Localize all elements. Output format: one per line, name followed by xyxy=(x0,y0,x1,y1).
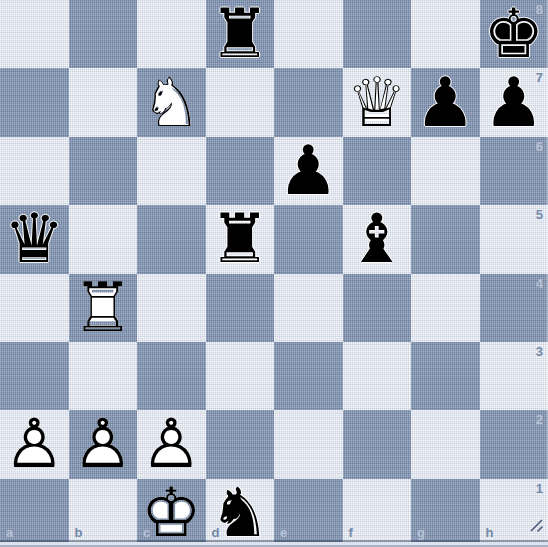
square-d5[interactable]: ♜ xyxy=(206,205,275,273)
rank-label-6: 6 xyxy=(536,139,543,154)
square-a4[interactable] xyxy=(0,274,69,342)
square-c4[interactable] xyxy=(137,274,206,342)
square-c1[interactable]: ♚♔c xyxy=(137,479,206,547)
white-rook-glyph: ♜ xyxy=(69,274,138,342)
file-label-b: b xyxy=(75,525,83,540)
square-f6[interactable] xyxy=(343,137,412,205)
white-pawn-glyph: ♟ xyxy=(69,410,138,478)
square-a3[interactable] xyxy=(0,342,69,410)
square-h4[interactable]: 4 xyxy=(480,274,548,342)
white-knight-outline-glyph: ♘ xyxy=(137,68,206,136)
square-c3[interactable] xyxy=(137,342,206,410)
square-d1[interactable]: ♞d xyxy=(206,479,275,547)
square-a7[interactable] xyxy=(0,68,69,136)
black-rook-d5[interactable]: ♜ xyxy=(206,205,275,273)
square-e3[interactable] xyxy=(274,342,343,410)
resize-grip-icon[interactable] xyxy=(528,517,544,533)
white-pawn-a2[interactable]: ♟♙ xyxy=(0,410,69,478)
square-a6[interactable] xyxy=(0,137,69,205)
square-d4[interactable] xyxy=(206,274,275,342)
square-c2[interactable]: ♟♙ xyxy=(137,410,206,478)
square-g3[interactable] xyxy=(411,342,480,410)
square-h2[interactable]: 2 xyxy=(480,410,548,478)
square-g2[interactable] xyxy=(411,410,480,478)
square-d8[interactable]: ♜ xyxy=(206,0,275,68)
square-g4[interactable] xyxy=(411,274,480,342)
rank-label-5: 5 xyxy=(536,207,543,222)
square-b4[interactable]: ♜♖ xyxy=(69,274,138,342)
square-a8[interactable] xyxy=(0,0,69,68)
square-f2[interactable] xyxy=(343,410,412,478)
white-pawn-outline-glyph: ♙ xyxy=(137,410,206,478)
square-a5[interactable]: ♛ xyxy=(0,205,69,273)
square-g7[interactable]: ♟ xyxy=(411,68,480,136)
white-pawn-outline-glyph: ♙ xyxy=(69,410,138,478)
chess-board-window: ♜♚8♞♘♛♕♟♟7♟6♛♜♝5♜♖43♟♙♟♙♟♙2ab♚♔c♞defg1h xyxy=(0,0,548,547)
black-bishop-glyph: ♝ xyxy=(343,205,412,273)
white-pawn-glyph: ♟ xyxy=(0,410,69,478)
black-pawn-glyph: ♟ xyxy=(411,68,480,136)
square-d3[interactable] xyxy=(206,342,275,410)
square-f4[interactable] xyxy=(343,274,412,342)
square-c8[interactable] xyxy=(137,0,206,68)
white-pawn-b2[interactable]: ♟♙ xyxy=(69,410,138,478)
square-g5[interactable] xyxy=(411,205,480,273)
black-king-h8[interactable]: ♚ xyxy=(480,0,548,68)
black-pawn-g7[interactable]: ♟ xyxy=(411,68,480,136)
chess-board: ♜♚8♞♘♛♕♟♟7♟6♛♜♝5♜♖43♟♙♟♙♟♙2ab♚♔c♞defg1h xyxy=(0,0,548,547)
white-knight-glyph: ♞ xyxy=(137,68,206,136)
rank-label-4: 4 xyxy=(536,276,543,291)
square-c7[interactable]: ♞♘ xyxy=(137,68,206,136)
square-h1[interactable]: 1h xyxy=(480,479,548,547)
square-f1[interactable]: f xyxy=(343,479,412,547)
black-pawn-glyph: ♟ xyxy=(480,68,548,136)
white-pawn-c2[interactable]: ♟♙ xyxy=(137,410,206,478)
square-g6[interactable] xyxy=(411,137,480,205)
square-b1[interactable]: b xyxy=(69,479,138,547)
white-queen-f7[interactable]: ♛♕ xyxy=(343,68,412,136)
square-g8[interactable] xyxy=(411,0,480,68)
square-d6[interactable] xyxy=(206,137,275,205)
square-d2[interactable] xyxy=(206,410,275,478)
file-label-a: a xyxy=(6,525,13,540)
black-knight-glyph: ♞ xyxy=(206,479,275,547)
square-e6[interactable]: ♟ xyxy=(274,137,343,205)
file-label-g: g xyxy=(417,525,425,540)
square-b6[interactable] xyxy=(69,137,138,205)
square-b8[interactable] xyxy=(69,0,138,68)
square-f3[interactable] xyxy=(343,342,412,410)
square-h5[interactable]: 5 xyxy=(480,205,548,273)
square-a2[interactable]: ♟♙ xyxy=(0,410,69,478)
white-rook-b4[interactable]: ♜♖ xyxy=(69,274,138,342)
file-label-f: f xyxy=(349,525,353,540)
square-d7[interactable] xyxy=(206,68,275,136)
black-queen-a5[interactable]: ♛ xyxy=(0,205,69,273)
square-e7[interactable] xyxy=(274,68,343,136)
white-queen-glyph: ♛ xyxy=(343,68,412,136)
white-pawn-glyph: ♟ xyxy=(137,410,206,478)
square-a1[interactable]: a xyxy=(0,479,69,547)
black-queen-glyph: ♛ xyxy=(0,205,69,273)
rank-label-3: 3 xyxy=(536,344,543,359)
white-king-c1[interactable]: ♚♔ xyxy=(137,479,206,547)
file-label-e: e xyxy=(280,525,287,540)
square-c6[interactable] xyxy=(137,137,206,205)
square-e1[interactable]: e xyxy=(274,479,343,547)
white-rook-outline-glyph: ♖ xyxy=(69,274,138,342)
square-e8[interactable] xyxy=(274,0,343,68)
black-bishop-f5[interactable]: ♝ xyxy=(343,205,412,273)
rank-label-1: 1 xyxy=(536,481,543,496)
white-queen-outline-glyph: ♕ xyxy=(343,68,412,136)
white-king-glyph: ♚ xyxy=(137,479,206,547)
square-e2[interactable] xyxy=(274,410,343,478)
square-e4[interactable] xyxy=(274,274,343,342)
white-king-outline-glyph: ♔ xyxy=(137,479,206,547)
square-b5[interactable] xyxy=(69,205,138,273)
square-b7[interactable] xyxy=(69,68,138,136)
black-pawn-h7[interactable]: ♟ xyxy=(480,68,548,136)
square-c5[interactable] xyxy=(137,205,206,273)
black-king-glyph: ♚ xyxy=(480,0,548,68)
black-rook-glyph: ♜ xyxy=(206,0,275,68)
file-label-h: h xyxy=(486,525,494,540)
square-h7[interactable]: ♟7 xyxy=(480,68,548,136)
square-h6[interactable]: 6 xyxy=(480,137,548,205)
white-pawn-outline-glyph: ♙ xyxy=(0,410,69,478)
rank-label-2: 2 xyxy=(536,412,543,427)
square-b3[interactable] xyxy=(69,342,138,410)
square-f7[interactable]: ♛♕ xyxy=(343,68,412,136)
resize-grip-lines xyxy=(531,520,543,532)
white-knight-c7[interactable]: ♞♘ xyxy=(137,68,206,136)
square-b2[interactable]: ♟♙ xyxy=(69,410,138,478)
square-h3[interactable]: 3 xyxy=(480,342,548,410)
square-f8[interactable] xyxy=(343,0,412,68)
square-f5[interactable]: ♝ xyxy=(343,205,412,273)
square-e5[interactable] xyxy=(274,205,343,273)
black-pawn-glyph: ♟ xyxy=(274,137,343,205)
black-knight-d1[interactable]: ♞ xyxy=(206,479,275,547)
black-pawn-e6[interactable]: ♟ xyxy=(274,137,343,205)
black-rook-glyph: ♜ xyxy=(206,205,275,273)
black-rook-d8[interactable]: ♜ xyxy=(206,0,275,68)
square-h8[interactable]: ♚8 xyxy=(480,0,548,68)
square-g1[interactable]: g xyxy=(411,479,480,547)
